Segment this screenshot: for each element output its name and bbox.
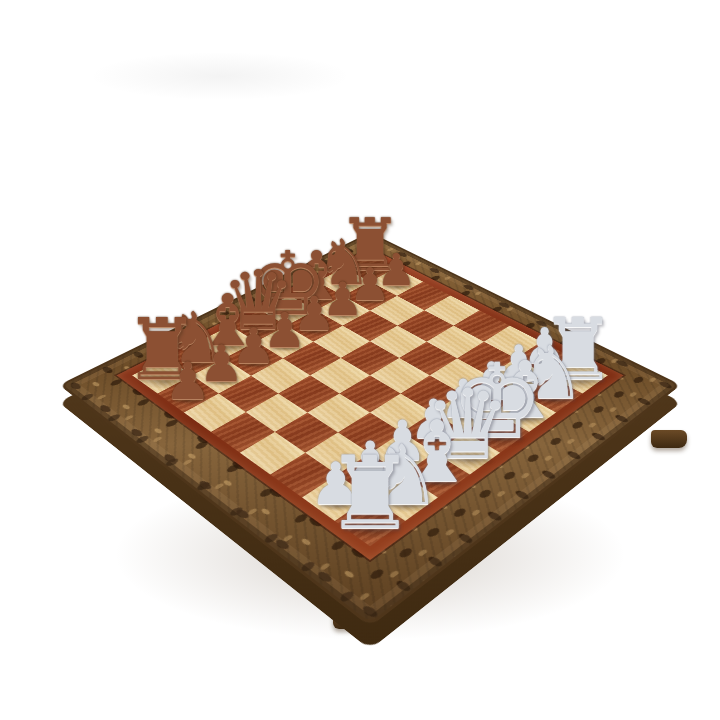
background-reflection bbox=[90, 52, 350, 100]
board-foot-right bbox=[651, 430, 687, 448]
product-photo-scene: ♜♞♟♝♟♚♟♛♟♝♟♞♟♟♜♟♟♜♟♟♞♟♝♟♚♟♛♟♝♟♞♜ bbox=[0, 0, 720, 720]
